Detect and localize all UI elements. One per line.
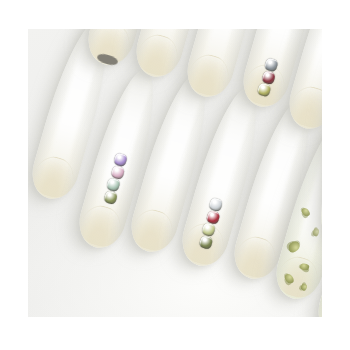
gold-foil-flake — [299, 262, 310, 272]
gold-foil-flake — [300, 283, 309, 292]
gold-foil-flake — [287, 240, 302, 254]
rhinestone — [199, 235, 214, 250]
gold-foil-flake — [284, 273, 295, 285]
rhinestone — [113, 152, 128, 167]
rhinestone — [103, 190, 118, 205]
rhinestone-strip — [255, 57, 280, 98]
gold-foil-flake — [312, 227, 320, 237]
rhinestone — [256, 82, 271, 97]
rhinestone — [201, 222, 216, 237]
rhinestone — [208, 197, 223, 212]
rhinestone — [105, 177, 120, 192]
product-photo — [28, 29, 322, 317]
rhinestone-strip — [100, 152, 128, 205]
gold-foil-flake — [300, 206, 310, 217]
rhinestone — [263, 57, 278, 72]
rhinestone-strip — [196, 197, 224, 250]
